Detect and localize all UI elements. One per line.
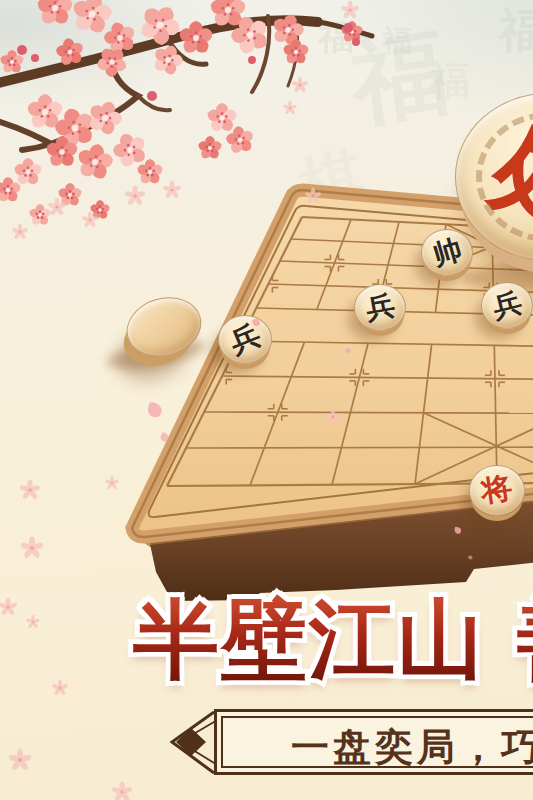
piece-jiang: 将	[469, 465, 525, 516]
piece-bing-a: 兵	[218, 315, 272, 364]
piece-blank	[119, 289, 208, 366]
piece-glyph-big: 处	[483, 114, 533, 241]
piece-glyph-shuai: 帅	[429, 235, 464, 269]
piece-bing-b: 兵	[354, 284, 406, 331]
piece-glyph-jiang: 将	[479, 473, 514, 507]
pieces-layer: 帅兵兵兵将处	[0, 0, 533, 800]
piece-bing-c: 兵	[481, 282, 533, 329]
splash-screen: 福福福福福棋福	[0, 0, 533, 800]
piece-shuai: 帅	[421, 229, 473, 276]
piece-big: 处	[455, 93, 533, 261]
piece-glyph-bing-c: 兵	[490, 288, 525, 322]
piece-glyph-bing-a: 兵	[226, 320, 265, 358]
piece-glyph-bing-b: 兵	[363, 291, 396, 323]
